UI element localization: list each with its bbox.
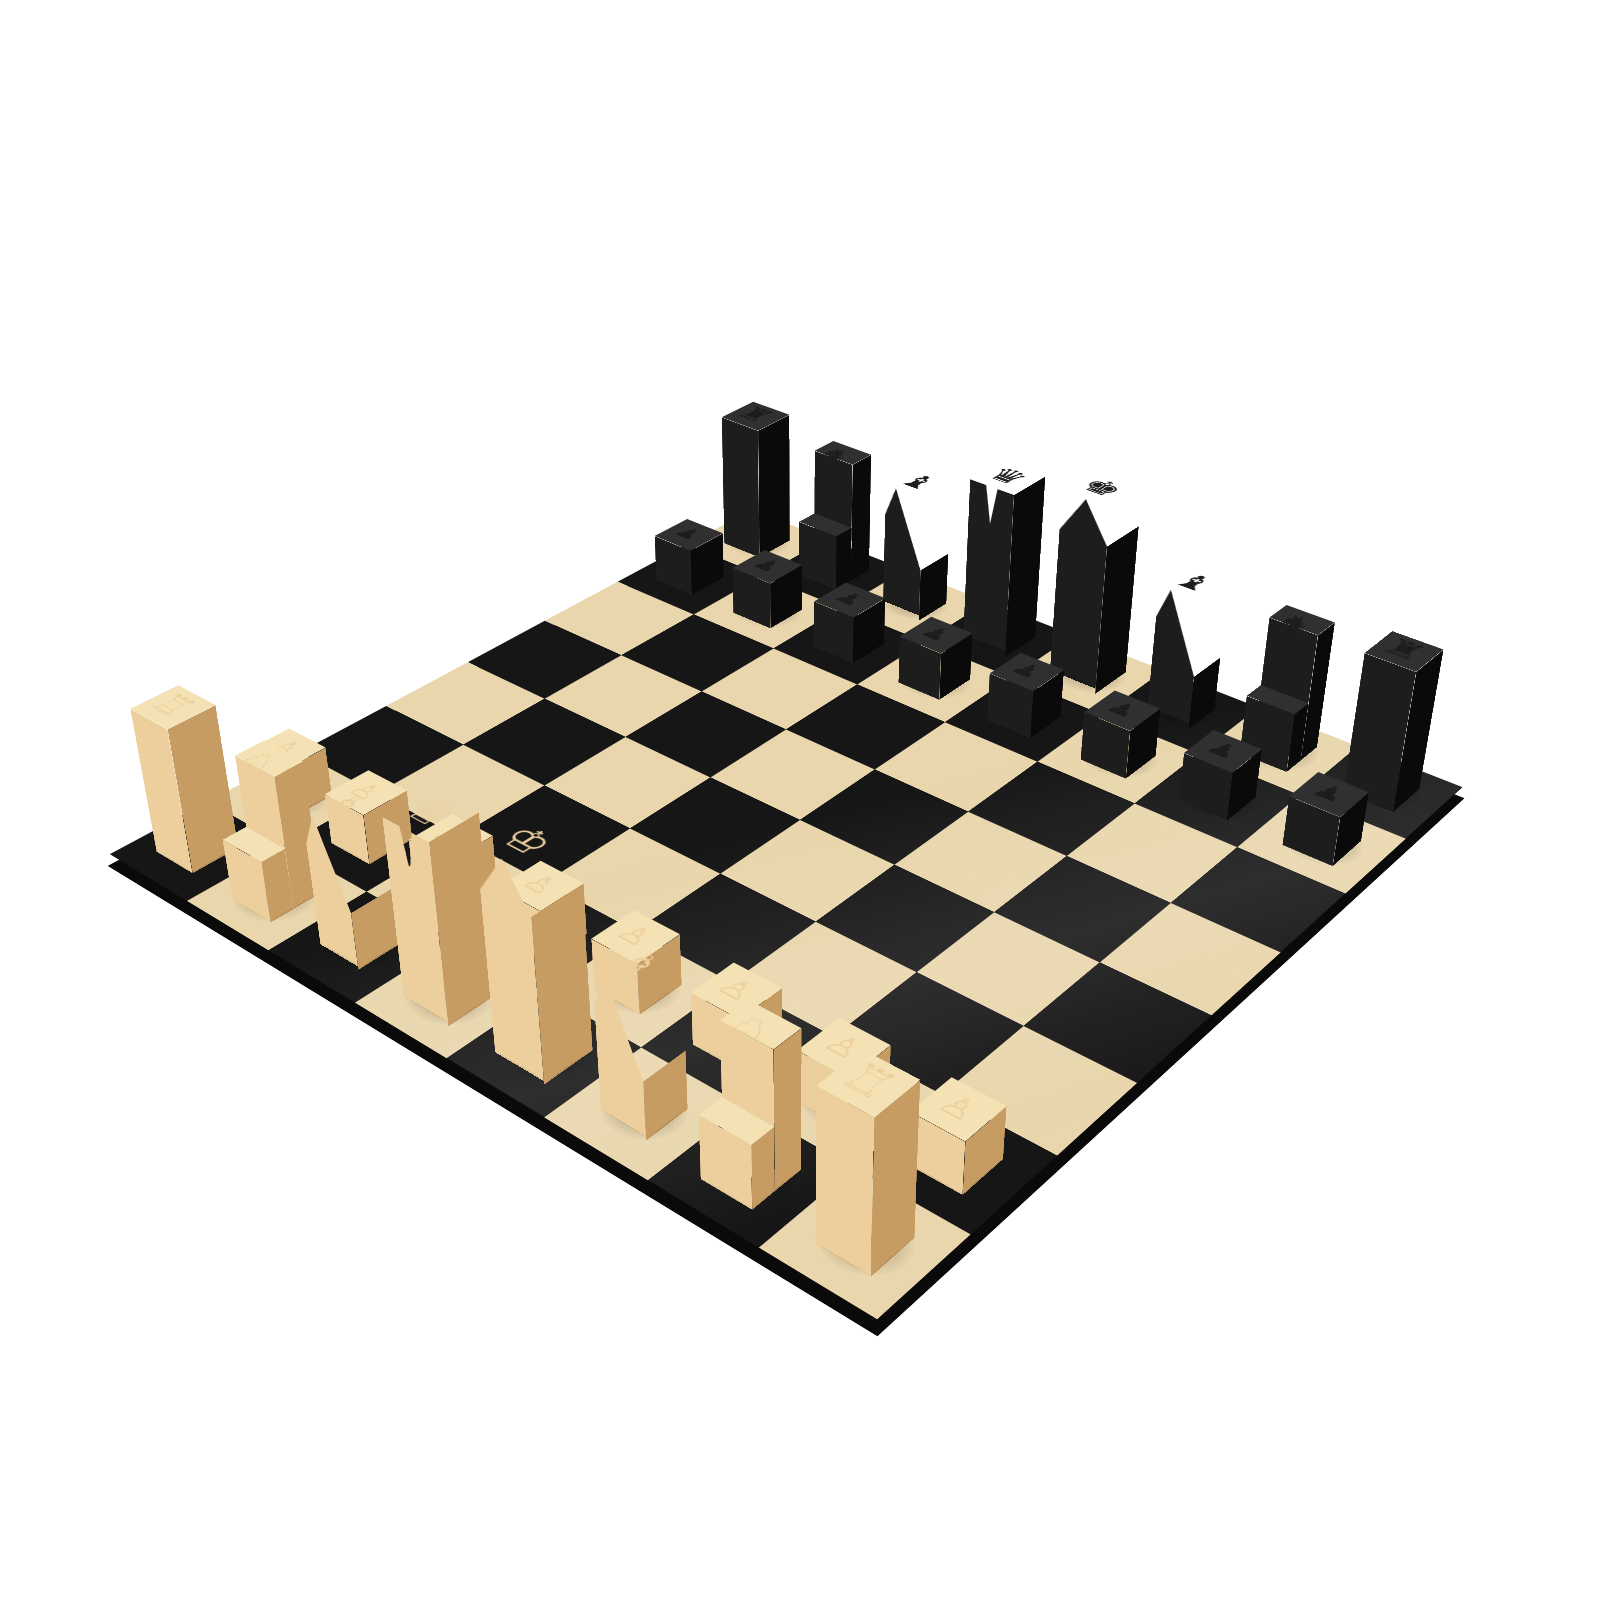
photo-backdrop: ♜♞♝♛♚♝♞♜♟♟♟♟♟♟♟♟♙♙♙♙♙♙♙♙♖♘♗♕♔♗♘♖ [0, 0, 1600, 1600]
piece-glyph: ♛ [981, 464, 1035, 489]
piece-glyph: ♝ [1166, 568, 1221, 596]
piece-face-front [722, 417, 760, 557]
scene-3d: ♜♞♝♛♚♝♞♜♟♟♟♟♟♟♟♟♙♙♙♙♙♙♙♙♖♘♗♕♔♗♘♖ [0, 0, 1600, 1600]
piece-face-front [883, 485, 923, 621]
chessboard: ♜♞♝♛♚♝♞♜♟♟♟♟♟♟♟♟♙♙♙♙♙♙♙♙♖♘♗♕♔♗♘♖ [110, 510, 1463, 1320]
piece-glyph: ♝ [892, 470, 944, 494]
piece-face-side [774, 1028, 802, 1191]
piece-face-side [851, 455, 871, 581]
piece-face-side [758, 415, 790, 558]
piece-glyph: ♚ [1075, 475, 1130, 501]
